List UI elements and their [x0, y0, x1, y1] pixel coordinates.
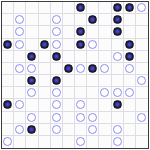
- white-circle: [137, 113, 146, 122]
- cell-r3c4[interactable]: [51, 39, 63, 51]
- cell-r6c3[interactable]: [39, 75, 51, 87]
- cell-r9c6[interactable]: [75, 112, 87, 124]
- cell-r11c1[interactable]: [14, 136, 26, 148]
- white-circle: [100, 64, 109, 73]
- cell-r6c10[interactable]: [124, 75, 136, 87]
- black-circle: [125, 52, 134, 61]
- white-circle: [52, 100, 61, 109]
- cell-r1c5[interactable]: [63, 14, 75, 26]
- white-circle: [52, 27, 61, 36]
- black-circle: [88, 15, 97, 24]
- cell-r7c7[interactable]: [87, 87, 99, 99]
- cell-r7c3[interactable]: [39, 87, 51, 99]
- cell-r2c2[interactable]: [26, 26, 38, 38]
- white-circle: [15, 125, 24, 134]
- cell-r2c1[interactable]: [14, 26, 26, 38]
- black-circle: [52, 52, 61, 61]
- cell-r4c9[interactable]: [112, 51, 124, 63]
- cell-r2c0[interactable]: [2, 26, 14, 38]
- cell-r8c6[interactable]: [75, 99, 87, 111]
- cell-r4c10[interactable]: [124, 51, 136, 63]
- cell-r8c10[interactable]: [124, 99, 136, 111]
- cell-r5c0[interactable]: [2, 63, 14, 75]
- cell-r5c6[interactable]: [75, 63, 87, 75]
- cell-r1c8[interactable]: [99, 14, 111, 26]
- cell-r10c8[interactable]: [99, 124, 111, 136]
- white-circle: [27, 64, 36, 73]
- cell-r11c5[interactable]: [63, 136, 75, 148]
- black-circle: [27, 52, 36, 61]
- white-circle: [52, 40, 61, 49]
- cell-r4c11[interactable]: [136, 51, 148, 63]
- black-circle: [76, 40, 85, 49]
- cell-r7c4[interactable]: [51, 87, 63, 99]
- cell-r5c4[interactable]: [51, 63, 63, 75]
- cell-r8c3[interactable]: [39, 99, 51, 111]
- cell-r10c9[interactable]: [112, 124, 124, 136]
- cell-r11c4[interactable]: [51, 136, 63, 148]
- cell-r2c5[interactable]: [63, 26, 75, 38]
- cell-r0c5[interactable]: [63, 2, 75, 14]
- cell-r10c1[interactable]: [14, 124, 26, 136]
- black-circle: [113, 27, 122, 36]
- cell-r10c2[interactable]: [26, 124, 38, 136]
- cell-r10c0[interactable]: [2, 124, 14, 136]
- cell-r7c5[interactable]: [63, 87, 75, 99]
- cell-r4c4[interactable]: [51, 51, 63, 63]
- black-circle: [27, 76, 36, 85]
- cell-r1c4[interactable]: [51, 14, 63, 26]
- cell-r6c2[interactable]: [26, 75, 38, 87]
- cell-r9c5[interactable]: [63, 112, 75, 124]
- masyu-board: [1, 1, 149, 149]
- cell-r7c8[interactable]: [99, 87, 111, 99]
- cell-r9c0[interactable]: [2, 112, 14, 124]
- cell-r0c6[interactable]: [75, 2, 87, 14]
- cell-r9c11[interactable]: [136, 112, 148, 124]
- cell-r2c8[interactable]: [99, 26, 111, 38]
- cell-r2c11[interactable]: [136, 26, 148, 38]
- black-circle: [113, 3, 122, 12]
- cell-r0c3[interactable]: [39, 2, 51, 14]
- cell-r2c3[interactable]: [39, 26, 51, 38]
- black-circle: [125, 3, 134, 12]
- white-circle: [113, 52, 122, 61]
- cell-r7c0[interactable]: [2, 87, 14, 99]
- cell-r8c7[interactable]: [87, 99, 99, 111]
- cell-r5c1[interactable]: [14, 63, 26, 75]
- white-circle: [52, 125, 61, 134]
- white-circle: [27, 113, 36, 122]
- cell-r7c1[interactable]: [14, 87, 26, 99]
- cell-r5c5[interactable]: [63, 63, 75, 75]
- black-circle: [52, 76, 61, 85]
- cell-r0c10[interactable]: [124, 2, 136, 14]
- cell-r3c8[interactable]: [99, 39, 111, 51]
- cell-r8c0[interactable]: [2, 99, 14, 111]
- cell-r0c7[interactable]: [87, 2, 99, 14]
- cell-r1c3[interactable]: [39, 14, 51, 26]
- cell-r4c6[interactable]: [75, 51, 87, 63]
- cell-r6c8[interactable]: [99, 75, 111, 87]
- black-circle: [27, 125, 36, 134]
- cell-r0c0[interactable]: [2, 2, 14, 14]
- cell-r10c4[interactable]: [51, 124, 63, 136]
- black-circle: [88, 64, 97, 73]
- cell-r6c1[interactable]: [14, 75, 26, 87]
- cell-r5c7[interactable]: [87, 63, 99, 75]
- cell-r11c0[interactable]: [2, 136, 14, 148]
- cell-r1c1[interactable]: [14, 14, 26, 26]
- cell-r1c2[interactable]: [26, 14, 38, 26]
- cell-r0c8[interactable]: [99, 2, 111, 14]
- cell-r9c2[interactable]: [26, 112, 38, 124]
- white-circle: [113, 137, 122, 146]
- cell-r11c2[interactable]: [26, 136, 38, 148]
- cell-r2c4[interactable]: [51, 26, 63, 38]
- cell-r11c11[interactable]: [136, 136, 148, 148]
- cell-r1c6[interactable]: [75, 14, 87, 26]
- black-circle: [125, 40, 134, 49]
- cell-r7c11[interactable]: [136, 87, 148, 99]
- cell-r7c6[interactable]: [75, 87, 87, 99]
- cell-r5c9[interactable]: [112, 63, 124, 75]
- cell-r11c6[interactable]: [75, 136, 87, 148]
- cell-r8c5[interactable]: [63, 99, 75, 111]
- white-circle: [125, 88, 134, 97]
- cell-r3c0[interactable]: [2, 39, 14, 51]
- white-circle: [15, 100, 24, 109]
- cell-r8c8[interactable]: [99, 99, 111, 111]
- cell-r9c10[interactable]: [124, 112, 136, 124]
- cell-r1c10[interactable]: [124, 14, 136, 26]
- cell-r9c4[interactable]: [51, 112, 63, 124]
- white-circle: [15, 27, 24, 36]
- white-circle: [137, 3, 146, 12]
- cell-r7c10[interactable]: [124, 87, 136, 99]
- cell-r8c9[interactable]: [112, 99, 124, 111]
- cell-r6c0[interactable]: [2, 75, 14, 87]
- white-circle: [113, 88, 122, 97]
- black-circle: [40, 40, 49, 49]
- cell-r3c11[interactable]: [136, 39, 148, 51]
- cell-r10c6[interactable]: [75, 124, 87, 136]
- cell-r1c7[interactable]: [87, 14, 99, 26]
- cell-r9c7[interactable]: [87, 112, 99, 124]
- cell-r11c7[interactable]: [87, 136, 99, 148]
- white-circle: [76, 137, 85, 146]
- cell-r1c0[interactable]: [2, 14, 14, 26]
- cell-r9c3[interactable]: [39, 112, 51, 124]
- cell-r7c2[interactable]: [26, 87, 38, 99]
- white-circle: [52, 15, 61, 24]
- cell-r11c8[interactable]: [99, 136, 111, 148]
- cell-r4c3[interactable]: [39, 51, 51, 63]
- black-circle: [113, 100, 122, 109]
- cell-r6c9[interactable]: [112, 75, 124, 87]
- cell-r3c1[interactable]: [14, 39, 26, 51]
- cell-r6c7[interactable]: [87, 75, 99, 87]
- cell-r10c11[interactable]: [136, 124, 148, 136]
- cell-r4c1[interactable]: [14, 51, 26, 63]
- cell-r11c9[interactable]: [112, 136, 124, 148]
- white-circle: [88, 113, 97, 122]
- white-circle: [76, 100, 85, 109]
- cell-r3c7[interactable]: [87, 39, 99, 51]
- cell-r10c5[interactable]: [63, 124, 75, 136]
- cell-r2c6[interactable]: [75, 26, 87, 38]
- cell-r8c2[interactable]: [26, 99, 38, 111]
- cell-r11c10[interactable]: [124, 136, 136, 148]
- white-circle: [76, 113, 85, 122]
- cell-r0c9[interactable]: [112, 2, 124, 14]
- cell-r3c9[interactable]: [112, 39, 124, 51]
- cell-r8c1[interactable]: [14, 99, 26, 111]
- cell-r1c11[interactable]: [136, 14, 148, 26]
- white-circle: [3, 137, 12, 146]
- cell-r10c7[interactable]: [87, 124, 99, 136]
- cell-r3c2[interactable]: [26, 39, 38, 51]
- cell-r9c1[interactable]: [14, 112, 26, 124]
- cell-r4c7[interactable]: [87, 51, 99, 63]
- cell-r10c3[interactable]: [39, 124, 51, 136]
- white-circle: [52, 113, 61, 122]
- cell-r0c2[interactable]: [26, 2, 38, 14]
- white-circle: [88, 40, 97, 49]
- black-circle: [3, 100, 12, 109]
- white-circle: [137, 76, 146, 85]
- white-circle: [52, 88, 61, 97]
- cell-r4c8[interactable]: [99, 51, 111, 63]
- cell-r6c4[interactable]: [51, 75, 63, 87]
- cell-r2c10[interactable]: [124, 26, 136, 38]
- cell-r3c10[interactable]: [124, 39, 136, 51]
- cell-r6c11[interactable]: [136, 75, 148, 87]
- black-circle: [3, 40, 12, 49]
- cell-r8c4[interactable]: [51, 99, 63, 111]
- cell-r9c8[interactable]: [99, 112, 111, 124]
- cell-r6c5[interactable]: [63, 75, 75, 87]
- white-circle: [88, 125, 97, 134]
- white-circle: [100, 88, 109, 97]
- cell-r10c10[interactable]: [124, 124, 136, 136]
- cell-r9c9[interactable]: [112, 112, 124, 124]
- cell-r8c11[interactable]: [136, 99, 148, 111]
- cell-r4c5[interactable]: [63, 51, 75, 63]
- cell-r4c0[interactable]: [2, 51, 14, 63]
- cell-r5c3[interactable]: [39, 63, 51, 75]
- white-circle: [15, 15, 24, 24]
- black-circle: [64, 64, 73, 73]
- cell-r4c2[interactable]: [26, 51, 38, 63]
- cell-r11c3[interactable]: [39, 136, 51, 148]
- cell-r0c1[interactable]: [14, 2, 26, 14]
- cell-r3c5[interactable]: [63, 39, 75, 51]
- cell-r1c9[interactable]: [112, 14, 124, 26]
- white-circle: [125, 64, 134, 73]
- cell-r0c11[interactable]: [136, 2, 148, 14]
- cell-r5c8[interactable]: [99, 63, 111, 75]
- cell-r2c7[interactable]: [87, 26, 99, 38]
- white-circle: [15, 64, 24, 73]
- cell-r5c11[interactable]: [136, 63, 148, 75]
- cell-r5c10[interactable]: [124, 63, 136, 75]
- cell-r3c6[interactable]: [75, 39, 87, 51]
- white-circle: [113, 125, 122, 134]
- black-circle: [113, 15, 122, 24]
- white-circle: [27, 88, 36, 97]
- cell-r0c4[interactable]: [51, 2, 63, 14]
- cell-r5c2[interactable]: [26, 63, 38, 75]
- black-circle: [76, 27, 85, 36]
- white-circle: [76, 64, 85, 73]
- white-circle: [15, 40, 24, 49]
- black-circle: [76, 3, 85, 12]
- cell-r6c6[interactable]: [75, 75, 87, 87]
- cell-r2c9[interactable]: [112, 26, 124, 38]
- cell-r3c3[interactable]: [39, 39, 51, 51]
- cell-r7c9[interactable]: [112, 87, 124, 99]
